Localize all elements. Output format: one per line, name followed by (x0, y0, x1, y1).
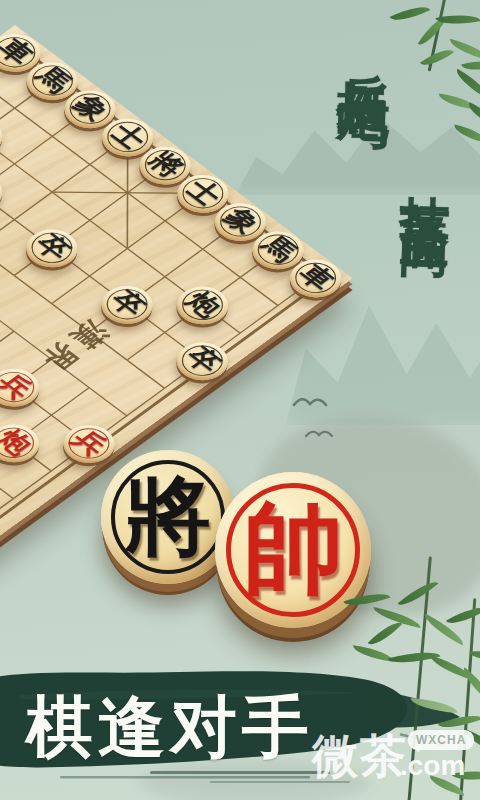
piece-glyph: 象 (68, 91, 113, 124)
piece-glyph: 卒 (30, 231, 75, 264)
piece-glyph: 炮 (181, 288, 226, 321)
piece-glyph: 士 (181, 176, 226, 209)
bamboo-leaf (452, 69, 480, 99)
piece-glyph: 炮 (0, 426, 37, 459)
flying-birds-icon (288, 390, 344, 448)
hero-piece-black-general[interactable]: 將 (101, 450, 235, 584)
watermark-badge: WXCHA (408, 730, 474, 750)
bamboo-leaf (452, 125, 480, 143)
piece-glyph: 車 (0, 35, 38, 68)
watermark: 微茶 .com WXCHA (312, 726, 480, 792)
piece-glyph: 卒 (105, 287, 150, 320)
bamboo-leaf (420, 43, 454, 72)
slogan-column-1: 兵挺炮鸣 (329, 29, 402, 67)
piece-glyph: 兵 (67, 426, 112, 459)
piece-glyph: 馬 (31, 63, 76, 96)
piece-glyph: 將 (144, 148, 189, 181)
watermark-site-tld: .com (400, 750, 465, 782)
piece-glyph: 馬 (256, 232, 301, 265)
piece-glyph: 士 (106, 120, 151, 153)
bamboo-leaf (398, 575, 439, 612)
red-general-glyph: 帥 (243, 483, 343, 618)
piece-glyph: 卒 (181, 343, 226, 376)
splash-screen: 兵挺炮鸣 技艺盖世间 楚河 漢界 (0, 0, 480, 800)
bamboo-leaf (390, 0, 431, 27)
slogan-column-2: 技艺盖世间 (393, 155, 461, 197)
piece-glyph: 兵 (0, 370, 37, 403)
banner-title: 棋逢对手 (26, 682, 314, 773)
piece-glyph: 車 (294, 261, 339, 294)
watermark-site-name: 微茶 (312, 726, 408, 788)
black-general-glyph: 將 (125, 459, 211, 576)
piece-glyph: 象 (219, 204, 264, 237)
